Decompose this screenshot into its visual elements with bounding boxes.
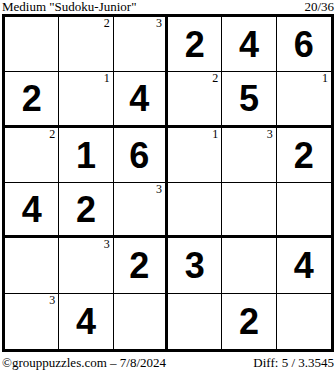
cell-r1c3[interactable]: 3 <box>114 17 168 72</box>
cell-r2c4[interactable]: 2 <box>168 72 222 127</box>
cell-r5c4[interactable]: 3 <box>168 238 222 293</box>
cell-r5c2[interactable]: 3 <box>59 238 113 293</box>
puzzle-counter: 20/36 <box>304 0 336 13</box>
cell-value: 4 <box>22 192 42 228</box>
cell-r1c2[interactable]: 2 <box>59 17 113 72</box>
cell-value: 4 <box>294 248 314 284</box>
cell-r4c3[interactable]: 3 <box>114 183 168 238</box>
cell-r4c5[interactable] <box>222 183 276 238</box>
cell-value: 5 <box>239 81 259 117</box>
cell-r6c3[interactable] <box>114 294 168 349</box>
cell-r5c3[interactable]: 2 <box>114 238 168 293</box>
cell-r3c3[interactable]: 6 <box>114 128 168 183</box>
cell-r3c1[interactable]: 2 <box>5 128 59 183</box>
cell-r2c1[interactable]: 2 <box>5 72 59 127</box>
sudoku-board: 2 3 2 4 6 2 1 4 2 5 1 2 1 6 1 3 2 4 2 3 … <box>2 14 334 352</box>
corner-mark: 3 <box>104 238 110 251</box>
cell-r3c4[interactable]: 1 <box>168 128 222 183</box>
corner-mark: 1 <box>212 128 218 141</box>
cell-value: 2 <box>239 304 259 340</box>
cell-r6c4[interactable] <box>168 294 222 349</box>
cell-value: 3 <box>185 248 205 284</box>
puzzle-title: Medium "Sudoku-Junior" <box>0 0 136 13</box>
cell-r2c2[interactable]: 1 <box>59 72 113 127</box>
cell-r3c6[interactable]: 2 <box>277 128 331 183</box>
cell-value: 2 <box>294 138 314 174</box>
corner-mark: 1 <box>322 72 328 85</box>
cell-r1c1[interactable] <box>5 17 59 72</box>
page-footer: ©grouppuzzles.com – 7/8/2024 Diff: 5 / 3… <box>0 354 336 370</box>
cell-value: 2 <box>22 81 42 117</box>
cell-r6c5[interactable]: 2 <box>222 294 276 349</box>
cell-value: 2 <box>76 192 96 228</box>
cell-r2c5[interactable]: 5 <box>222 72 276 127</box>
corner-mark: 3 <box>267 128 273 141</box>
cell-r1c4[interactable]: 2 <box>168 17 222 72</box>
corner-mark: 1 <box>104 72 110 85</box>
cell-value: 4 <box>76 304 96 340</box>
difficulty-text: Diff: 5 / 3.3545 <box>253 356 336 370</box>
corner-mark: 2 <box>49 128 55 141</box>
corner-mark: 3 <box>156 17 162 30</box>
corner-mark: 2 <box>104 17 110 30</box>
page-header: Medium "Sudoku-Junior" 20/36 <box>0 0 336 14</box>
cell-r1c6[interactable]: 6 <box>277 17 331 72</box>
cell-r5c5[interactable] <box>222 238 276 293</box>
corner-mark: 3 <box>156 183 162 196</box>
cell-r4c4[interactable] <box>168 183 222 238</box>
cell-r3c5[interactable]: 3 <box>222 128 276 183</box>
cell-r3c2[interactable]: 1 <box>59 128 113 183</box>
cell-value: 6 <box>294 27 314 63</box>
cell-r6c1[interactable]: 3 <box>5 294 59 349</box>
cell-value: 2 <box>129 248 149 284</box>
cell-r2c3[interactable]: 4 <box>114 72 168 127</box>
cell-r5c6[interactable]: 4 <box>277 238 331 293</box>
cell-value: 1 <box>76 138 96 174</box>
cell-r4c6[interactable] <box>277 183 331 238</box>
cell-value: 4 <box>129 81 149 117</box>
copyright-text: ©grouppuzzles.com – 7/8/2024 <box>0 356 166 370</box>
cell-r6c6[interactable] <box>277 294 331 349</box>
cell-r5c1[interactable] <box>5 238 59 293</box>
cell-r4c1[interactable]: 4 <box>5 183 59 238</box>
cell-value: 4 <box>239 27 259 63</box>
corner-mark: 2 <box>212 72 218 85</box>
cell-r2c6[interactable]: 1 <box>277 72 331 127</box>
cell-r6c2[interactable]: 4 <box>59 294 113 349</box>
cell-r1c5[interactable]: 4 <box>222 17 276 72</box>
cell-value: 2 <box>185 27 205 63</box>
cell-r4c2[interactable]: 2 <box>59 183 113 238</box>
corner-mark: 3 <box>49 294 55 307</box>
cell-value: 6 <box>129 138 149 174</box>
